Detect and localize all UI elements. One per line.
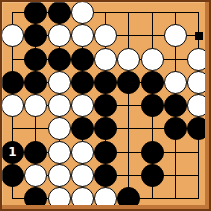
black-stone [164,94,187,117]
white-stone [187,94,210,117]
white-stone [48,71,71,94]
black-stone [94,117,117,140]
white-stone [164,24,187,47]
black-stone [94,141,117,164]
white-stone [71,164,94,187]
black-stone [48,48,71,71]
black-stone [141,71,164,94]
white-stone [71,187,94,210]
black-stone [141,141,164,164]
black-stone [24,187,47,210]
black-stone [94,71,117,94]
black-stone [24,48,47,71]
white-stone [48,141,71,164]
white-stone [48,24,71,47]
white-stone [71,141,94,164]
white-stone [24,94,47,117]
square-marker [195,32,203,40]
black-stone [141,94,164,117]
white-stone [24,164,47,187]
white-stone [141,48,164,71]
white-stone [94,48,117,71]
black-stone [24,24,47,47]
white-stone [48,117,71,140]
white-stone [94,187,117,210]
white-stone [48,164,71,187]
black-stone [94,164,117,187]
white-stone [48,94,71,117]
white-stone [1,94,24,117]
black-stone [71,48,94,71]
black-stone [94,94,117,117]
black-stone [24,71,47,94]
white-stone [164,71,187,94]
black-stone [117,187,140,210]
white-stone [187,48,210,71]
black-stone [71,71,94,94]
black-stone [1,164,24,187]
black-stone [24,1,47,24]
white-stone [71,24,94,47]
white-stone [117,48,140,71]
black-stone [48,1,71,24]
grid-vline [128,12,129,199]
black-stone [164,117,187,140]
black-stone [24,141,47,164]
black-stone [117,71,140,94]
black-stone [141,164,164,187]
black-stone [71,117,94,140]
go-board[interactable]: 1 [0,0,211,211]
move-number-label: 1 [1,141,24,164]
white-stone [48,187,71,210]
white-stone [187,71,210,94]
white-stone [1,24,24,47]
white-stone [94,24,117,47]
black-stone [187,117,210,140]
white-stone [71,1,94,24]
white-stone [71,94,94,117]
black-stone [1,71,24,94]
